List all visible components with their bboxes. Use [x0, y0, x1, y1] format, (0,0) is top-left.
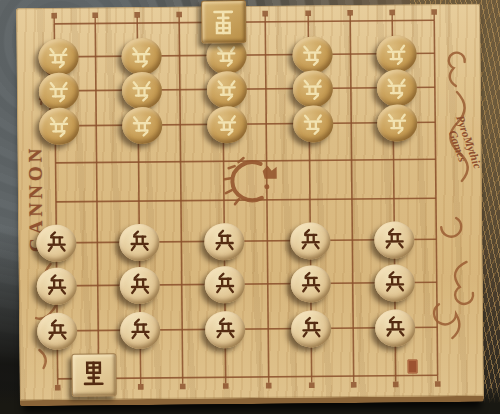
- gold-soldier-piece[interactable]: [38, 38, 78, 75]
- soldier-glyph-bing: [299, 41, 325, 67]
- pieces-layer: [16, 4, 484, 400]
- gold-soldier-piece[interactable]: [293, 105, 333, 142]
- gold-soldier-piece[interactable]: [376, 35, 416, 72]
- light-soldier-piece[interactable]: [36, 224, 76, 261]
- light-soldier-piece[interactable]: [374, 221, 414, 258]
- outdoor-background: CANNON PyroMythic Games: [0, 0, 500, 414]
- light-soldier-piece[interactable]: [205, 311, 245, 348]
- soldier-glyph-bing: [298, 315, 324, 341]
- soldier-glyph-bing: [383, 40, 409, 66]
- soldier-glyph-bing: [127, 317, 153, 343]
- light-soldier-piece[interactable]: [291, 265, 331, 302]
- gold-soldier-piece[interactable]: [377, 69, 417, 106]
- soldier-glyph-bing: [381, 226, 407, 252]
- soldier-glyph-bing: [298, 270, 324, 296]
- gold-soldier-piece[interactable]: [39, 107, 79, 144]
- gold-soldier-piece[interactable]: [122, 106, 162, 143]
- soldier-glyph-bing: [384, 109, 410, 135]
- light-soldier-piece[interactable]: [204, 223, 244, 260]
- soldier-glyph-bing: [382, 269, 408, 295]
- soldier-glyph-bing: [214, 76, 240, 102]
- light-soldier-piece[interactable]: [290, 222, 330, 259]
- gold-soldier-piece[interactable]: [39, 72, 79, 109]
- soldier-glyph-bing: [46, 113, 72, 139]
- soldier-glyph-bing: [43, 230, 69, 256]
- soldier-glyph-bing: [128, 43, 154, 69]
- soldier-glyph-bing: [297, 227, 323, 253]
- light-soldier-piece[interactable]: [205, 266, 245, 303]
- soldier-glyph-bing: [214, 111, 240, 137]
- gold-soldier-piece[interactable]: [207, 71, 247, 108]
- soldier-glyph-bing: [45, 44, 71, 70]
- light-soldier-piece[interactable]: [120, 266, 160, 303]
- gold-soldier-piece[interactable]: [377, 104, 417, 141]
- soldier-glyph-bing: [382, 314, 408, 340]
- light-soldier-piece[interactable]: [375, 264, 415, 301]
- soldier-glyph-bing: [127, 272, 153, 298]
- gold-town-tile[interactable]: [201, 0, 246, 43]
- soldier-glyph-bing: [300, 110, 326, 136]
- game-board: CANNON PyroMythic Games: [16, 4, 484, 406]
- town-glyph-li: [78, 359, 108, 389]
- soldier-glyph-bing: [129, 77, 155, 103]
- soldier-glyph-bing: [44, 273, 70, 299]
- light-town-tile[interactable]: [71, 353, 116, 396]
- light-soldier-piece[interactable]: [37, 312, 77, 349]
- soldier-glyph-bing: [126, 229, 152, 255]
- light-soldier-piece[interactable]: [291, 310, 331, 347]
- gold-soldier-piece[interactable]: [292, 36, 332, 73]
- light-soldier-piece[interactable]: [119, 223, 159, 260]
- soldier-glyph-bing: [212, 271, 238, 297]
- gold-soldier-piece[interactable]: [293, 70, 333, 107]
- soldier-glyph-bing: [384, 74, 410, 100]
- gold-soldier-piece[interactable]: [121, 37, 161, 74]
- town-glyph-li: [208, 6, 238, 36]
- soldier-glyph-bing: [213, 42, 239, 68]
- light-soldier-piece[interactable]: [120, 311, 160, 348]
- soldier-glyph-bing: [211, 228, 237, 254]
- soldier-glyph-bing: [46, 78, 72, 104]
- soldier-glyph-bing: [212, 316, 238, 342]
- soldier-glyph-bing: [44, 318, 70, 344]
- light-soldier-piece[interactable]: [375, 309, 415, 346]
- gold-soldier-piece[interactable]: [122, 71, 162, 108]
- gold-soldier-piece[interactable]: [207, 106, 247, 143]
- soldier-glyph-bing: [300, 75, 326, 101]
- light-soldier-piece[interactable]: [37, 267, 77, 304]
- soldier-glyph-bing: [129, 112, 155, 138]
